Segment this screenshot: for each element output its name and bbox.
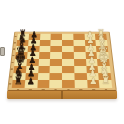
board-square xyxy=(13,73,26,80)
board-square xyxy=(15,52,27,59)
frame-coordinate-mark xyxy=(13,55,15,56)
frame-coordinate-mark xyxy=(15,36,16,37)
board-square xyxy=(62,52,74,59)
board-square xyxy=(13,66,26,73)
board-square xyxy=(12,80,25,88)
board-square xyxy=(98,73,111,80)
board-square xyxy=(74,52,86,59)
board-square xyxy=(50,59,62,66)
frame-coordinate-mark xyxy=(11,69,13,71)
frame-coordinate-mark xyxy=(12,62,14,64)
board-square xyxy=(74,66,86,73)
board-square xyxy=(62,73,74,80)
board-square xyxy=(50,52,62,59)
frame-coordinate-mark xyxy=(14,42,15,43)
board-square xyxy=(26,59,38,66)
chess-board xyxy=(7,32,117,91)
board-square xyxy=(97,59,110,66)
board-square xyxy=(38,66,50,73)
board-square xyxy=(37,73,50,80)
board-square xyxy=(50,66,62,73)
board-square xyxy=(24,80,37,88)
board-square xyxy=(98,66,111,73)
board-square xyxy=(74,73,87,80)
product-photo-chess-set: ♜♟♟♜♞♟♟♞♝♟♟♝♛♟♟♛♚♟♟♚♝♟♟♝♞♟♟♞♜♟♟♜ xyxy=(0,0,124,124)
board-square xyxy=(14,59,27,66)
metal-clasp xyxy=(0,47,5,56)
board-square xyxy=(50,73,62,80)
board-square xyxy=(26,66,39,73)
board-square xyxy=(85,52,97,59)
board-square xyxy=(37,80,50,88)
board-square xyxy=(62,80,75,88)
board-edge xyxy=(7,90,117,99)
board-square xyxy=(49,80,62,88)
board-square xyxy=(74,59,86,66)
board-square xyxy=(99,80,112,88)
fold-seam xyxy=(61,91,63,99)
board-square xyxy=(87,80,100,88)
board-square xyxy=(74,80,87,88)
board-square xyxy=(86,73,99,80)
board-square xyxy=(38,59,50,66)
board-square xyxy=(86,66,99,73)
board-square xyxy=(62,66,74,73)
frame-coordinate-mark xyxy=(10,76,12,78)
board-square xyxy=(39,52,51,59)
frame-coordinate-mark xyxy=(9,83,11,85)
board-square xyxy=(27,52,39,59)
board-square xyxy=(62,59,74,66)
board-grid xyxy=(12,34,112,88)
frame-coordinate-mark xyxy=(13,48,15,49)
board-square xyxy=(97,52,109,59)
board-square xyxy=(86,59,98,66)
board-square xyxy=(25,73,38,80)
